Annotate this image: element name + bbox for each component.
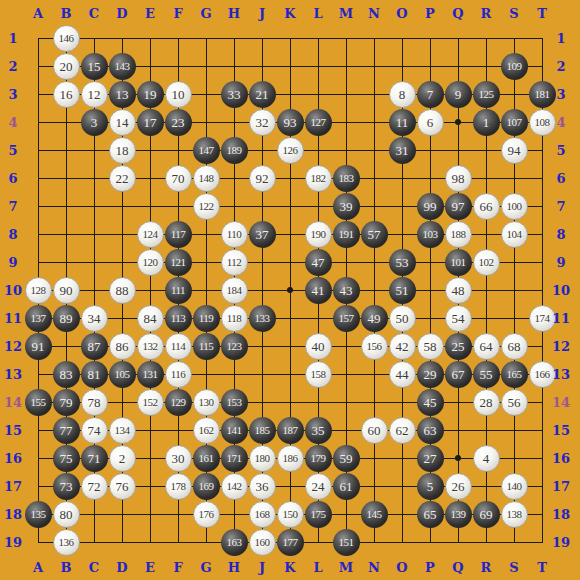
move-number: 118 [227,313,242,324]
point-L12: 40 [304,332,332,360]
move-number: 186 [283,453,298,464]
point-S3 [500,80,528,108]
move-number: 99 [424,200,437,213]
point-J13 [248,360,276,388]
row-label-left-14: 14 [4,395,22,410]
point-D10: 88 [108,276,136,304]
white-stone-B2: 20 [53,53,80,80]
point-S12: 68 [500,332,528,360]
point-N12: 156 [360,332,388,360]
point-G11: 119 [192,304,220,332]
black-stone-A11: 137 [25,305,52,332]
point-O7 [388,192,416,220]
row-label-right-9: 9 [556,255,565,270]
white-stone-S7: 100 [501,193,528,220]
point-N10 [360,276,388,304]
point-G16: 161 [192,444,220,472]
white-stone-R9: 102 [473,249,500,276]
col-label-bottom-H: H [228,560,240,575]
row-label-left-18: 18 [4,507,22,522]
black-stone-D2: 143 [109,53,136,80]
white-stone-G18: 176 [193,501,220,528]
white-stone-L12: 40 [305,333,332,360]
white-stone-B1: 146 [53,25,80,52]
row-label-left-13: 13 [4,367,22,382]
move-number: 74 [88,424,101,437]
row-label-right-8: 8 [556,227,565,242]
move-number: 22 [116,172,129,185]
point-P7: 99 [416,192,444,220]
point-L2 [304,52,332,80]
point-M13 [332,360,360,388]
white-stone-O11: 50 [389,305,416,332]
move-number: 28 [480,396,493,409]
point-L9: 47 [304,248,332,276]
point-C18 [80,500,108,528]
move-number: 61 [340,480,353,493]
point-A14: 155 [24,388,52,416]
point-F10: 111 [164,276,192,304]
point-A11: 137 [24,304,52,332]
point-F1 [164,24,192,52]
black-stone-M7: 39 [333,193,360,220]
white-stone-E9: 120 [137,249,164,276]
point-E18 [136,500,164,528]
black-stone-S13: 165 [501,361,528,388]
move-number: 69 [480,508,493,521]
move-number: 64 [480,340,493,353]
black-stone-F10: 111 [165,277,192,304]
black-stone-A18: 135 [25,501,52,528]
point-P1 [416,24,444,52]
point-R8 [472,220,500,248]
white-stone-Q11: 54 [445,305,472,332]
move-number: 54 [452,312,465,325]
point-L14 [304,388,332,416]
move-number: 65 [424,508,437,521]
point-G12: 115 [192,332,220,360]
white-stone-C17: 72 [81,473,108,500]
point-K15: 187 [276,416,304,444]
col-label-top-O: O [396,6,407,21]
point-H16: 171 [220,444,248,472]
point-A19 [24,528,52,556]
move-number: 166 [535,369,550,380]
point-L7 [304,192,332,220]
point-P2 [416,52,444,80]
white-stone-P12: 58 [417,333,444,360]
point-S17: 140 [500,472,528,500]
move-number: 143 [115,61,130,72]
point-H10: 184 [220,276,248,304]
move-number: 134 [115,425,130,436]
move-number: 13 [116,88,129,101]
point-R9: 102 [472,248,500,276]
move-number: 77 [60,424,73,437]
move-number: 34 [88,312,101,325]
move-number: 146 [59,33,74,44]
row-label-right-10: 10 [552,283,570,298]
point-F2 [164,52,192,80]
move-number: 109 [507,61,522,72]
point-R12: 64 [472,332,500,360]
move-number: 128 [31,285,46,296]
move-number: 7 [427,88,434,101]
point-J14 [248,388,276,416]
point-E3: 19 [136,80,164,108]
move-number: 35 [312,424,325,437]
move-number: 156 [367,341,382,352]
white-stone-T4: 108 [529,109,556,136]
white-stone-G6: 148 [193,165,220,192]
move-number: 17 [144,116,157,129]
point-S18: 138 [500,500,528,528]
point-A5 [24,136,52,164]
point-A18: 135 [24,500,52,528]
row-label-left-17: 17 [4,479,22,494]
point-H8: 110 [220,220,248,248]
point-P6 [416,164,444,192]
white-stone-D6: 22 [109,165,136,192]
white-stone-P4: 6 [417,109,444,136]
point-M12 [332,332,360,360]
col-label-bottom-Q: Q [452,560,463,575]
point-T4: 108 [528,108,556,136]
move-number: 174 [535,313,550,324]
point-H7 [220,192,248,220]
move-number: 90 [60,284,73,297]
white-stone-K16: 186 [277,445,304,472]
move-number: 100 [507,201,522,212]
point-B15: 77 [52,416,80,444]
point-C1 [80,24,108,52]
point-E16 [136,444,164,472]
move-number: 121 [171,257,186,268]
black-stone-F14: 129 [165,389,192,416]
point-N1 [360,24,388,52]
point-S1 [500,24,528,52]
point-B11: 89 [52,304,80,332]
point-R10 [472,276,500,304]
point-F11: 113 [164,304,192,332]
point-R4: 1 [472,108,500,136]
row-label-right-4: 4 [556,115,565,130]
move-number: 102 [479,257,494,268]
move-number: 139 [451,509,466,520]
move-number: 14 [116,116,129,129]
point-O2 [388,52,416,80]
point-H12: 123 [220,332,248,360]
move-number: 104 [507,229,522,240]
white-stone-G15: 162 [193,417,220,444]
move-number: 84 [144,312,157,325]
point-J3: 21 [248,80,276,108]
point-N5 [360,136,388,164]
row-label-left-10: 10 [4,283,22,298]
black-stone-R3: 125 [473,81,500,108]
point-Q15 [444,416,472,444]
move-number: 67 [452,368,465,381]
point-D5: 18 [108,136,136,164]
black-stone-S2: 109 [501,53,528,80]
point-R6 [472,164,500,192]
move-number: 29 [424,368,437,381]
point-J16: 180 [248,444,276,472]
white-stone-D10: 88 [109,277,136,304]
black-stone-P16: 27 [417,445,444,472]
point-P8: 103 [416,220,444,248]
point-O17 [388,472,416,500]
col-label-bottom-S: S [509,560,518,575]
move-number: 27 [424,452,437,465]
black-stone-G12: 115 [193,333,220,360]
move-number: 39 [340,200,353,213]
black-stone-A14: 155 [25,389,52,416]
point-R3: 125 [472,80,500,108]
move-number: 177 [283,537,298,548]
move-number: 187 [283,425,298,436]
point-R19 [472,528,500,556]
move-number: 43 [340,284,353,297]
point-H17: 142 [220,472,248,500]
white-stone-D17: 76 [109,473,136,500]
move-number: 107 [507,117,522,128]
point-P4: 6 [416,108,444,136]
point-J11: 133 [248,304,276,332]
point-E17 [136,472,164,500]
white-stone-N15: 60 [361,417,388,444]
point-E6 [136,164,164,192]
point-P15: 63 [416,416,444,444]
point-C12: 87 [80,332,108,360]
point-C9 [80,248,108,276]
black-stone-O5: 31 [389,137,416,164]
point-B9 [52,248,80,276]
point-C15: 74 [80,416,108,444]
move-number: 41 [312,284,325,297]
point-M1 [332,24,360,52]
point-S16 [500,444,528,472]
black-stone-J8: 37 [249,221,276,248]
black-stone-P3: 7 [417,81,444,108]
point-S19 [500,528,528,556]
move-number: 141 [227,425,242,436]
point-A16 [24,444,52,472]
point-O10: 51 [388,276,416,304]
col-label-top-K: K [284,6,295,21]
row-label-left-12: 12 [4,339,22,354]
point-F3: 10 [164,80,192,108]
white-stone-Q8: 188 [445,221,472,248]
move-number: 190 [311,229,326,240]
white-stone-L13: 158 [305,361,332,388]
point-F13: 116 [164,360,192,388]
point-K6 [276,164,304,192]
point-L1 [304,24,332,52]
point-E4: 17 [136,108,164,136]
point-F5 [164,136,192,164]
move-number: 189 [227,145,242,156]
black-stone-P18: 65 [417,501,444,528]
point-P16: 27 [416,444,444,472]
point-B3: 16 [52,80,80,108]
black-stone-Q3: 9 [445,81,472,108]
point-E9: 120 [136,248,164,276]
white-stone-C3: 12 [81,81,108,108]
row-label-right-7: 7 [556,199,565,214]
point-D6: 22 [108,164,136,192]
move-number: 115 [199,341,214,352]
move-number: 80 [60,508,73,521]
point-A13 [24,360,52,388]
point-D17: 76 [108,472,136,500]
move-number: 181 [535,89,550,100]
black-stone-M19: 151 [333,529,360,556]
point-C13: 81 [80,360,108,388]
point-P18: 65 [416,500,444,528]
white-stone-F13: 116 [165,361,192,388]
black-stone-L15: 35 [305,417,332,444]
move-number: 15 [88,60,101,73]
point-K12 [276,332,304,360]
move-number: 114 [171,341,186,352]
black-stone-K15: 187 [277,417,304,444]
white-stone-J17: 36 [249,473,276,500]
point-B6 [52,164,80,192]
black-stone-E3: 19 [137,81,164,108]
move-number: 72 [88,480,101,493]
point-S2: 109 [500,52,528,80]
point-E2 [136,52,164,80]
point-J5 [248,136,276,164]
col-label-top-C: C [89,6,99,21]
point-D15: 134 [108,416,136,444]
move-number: 81 [88,368,101,381]
row-label-left-15: 15 [4,423,22,438]
row-label-right-17: 17 [552,479,570,494]
move-number: 113 [171,313,186,324]
row-label-right-15: 15 [552,423,570,438]
point-J6: 92 [248,164,276,192]
point-T3: 181 [528,80,556,108]
move-number: 9 [455,88,462,101]
move-number: 130 [199,397,214,408]
point-E13: 131 [136,360,164,388]
point-S10 [500,276,528,304]
black-stone-J15: 185 [249,417,276,444]
point-K5: 126 [276,136,304,164]
point-P12: 58 [416,332,444,360]
point-D14 [108,388,136,416]
black-stone-H14: 153 [221,389,248,416]
white-stone-R16: 4 [473,445,500,472]
point-O1 [388,24,416,52]
point-O6 [388,164,416,192]
move-number: 183 [339,173,354,184]
black-stone-M6: 183 [333,165,360,192]
move-number: 26 [452,480,465,493]
white-stone-D4: 14 [109,109,136,136]
point-O9: 53 [388,248,416,276]
point-E15 [136,416,164,444]
black-stone-K19: 177 [277,529,304,556]
point-A9 [24,248,52,276]
move-number: 142 [227,481,242,492]
point-F8: 117 [164,220,192,248]
move-number: 188 [451,229,466,240]
star-point-Q16 [455,455,461,461]
move-number: 136 [59,537,74,548]
white-stone-R12: 64 [473,333,500,360]
move-number: 32 [256,116,269,129]
move-number: 73 [60,480,73,493]
move-number: 117 [171,229,186,240]
black-stone-H19: 163 [221,529,248,556]
point-F4: 23 [164,108,192,136]
move-number: 91 [32,340,45,353]
point-Q11: 54 [444,304,472,332]
move-number: 191 [339,229,354,240]
point-T9 [528,248,556,276]
move-number: 87 [88,340,101,353]
point-P9 [416,248,444,276]
point-O19 [388,528,416,556]
white-stone-H17: 142 [221,473,248,500]
point-M8: 191 [332,220,360,248]
point-H11: 118 [220,304,248,332]
point-F9: 121 [164,248,192,276]
move-number: 171 [227,453,242,464]
point-E8: 124 [136,220,164,248]
black-stone-B13: 83 [53,361,80,388]
white-stone-J18: 168 [249,501,276,528]
white-stone-S12: 68 [501,333,528,360]
move-number: 135 [31,509,46,520]
point-E5 [136,136,164,164]
black-stone-F9: 121 [165,249,192,276]
row-label-left-19: 19 [4,535,22,550]
move-number: 123 [227,341,242,352]
move-number: 49 [368,312,381,325]
point-R7: 66 [472,192,500,220]
white-stone-F17: 178 [165,473,192,500]
col-label-top-F: F [173,6,182,21]
col-label-top-J: J [259,6,265,21]
move-number: 176 [199,509,214,520]
move-number: 127 [311,117,326,128]
black-stone-B11: 89 [53,305,80,332]
black-stone-P14: 45 [417,389,444,416]
white-stone-C11: 34 [81,305,108,332]
row-label-right-11: 11 [552,311,570,326]
black-stone-P7: 99 [417,193,444,220]
point-T2 [528,52,556,80]
black-stone-C4: 3 [81,109,108,136]
point-N14 [360,388,388,416]
point-K11 [276,304,304,332]
black-stone-B17: 73 [53,473,80,500]
point-P11 [416,304,444,332]
point-E10 [136,276,164,304]
row-label-right-1: 1 [556,31,565,46]
white-stone-C14: 78 [81,389,108,416]
move-number: 3 [91,116,98,129]
move-number: 40 [312,340,325,353]
point-D19 [108,528,136,556]
point-E11: 84 [136,304,164,332]
point-J4: 32 [248,108,276,136]
point-N9 [360,248,388,276]
